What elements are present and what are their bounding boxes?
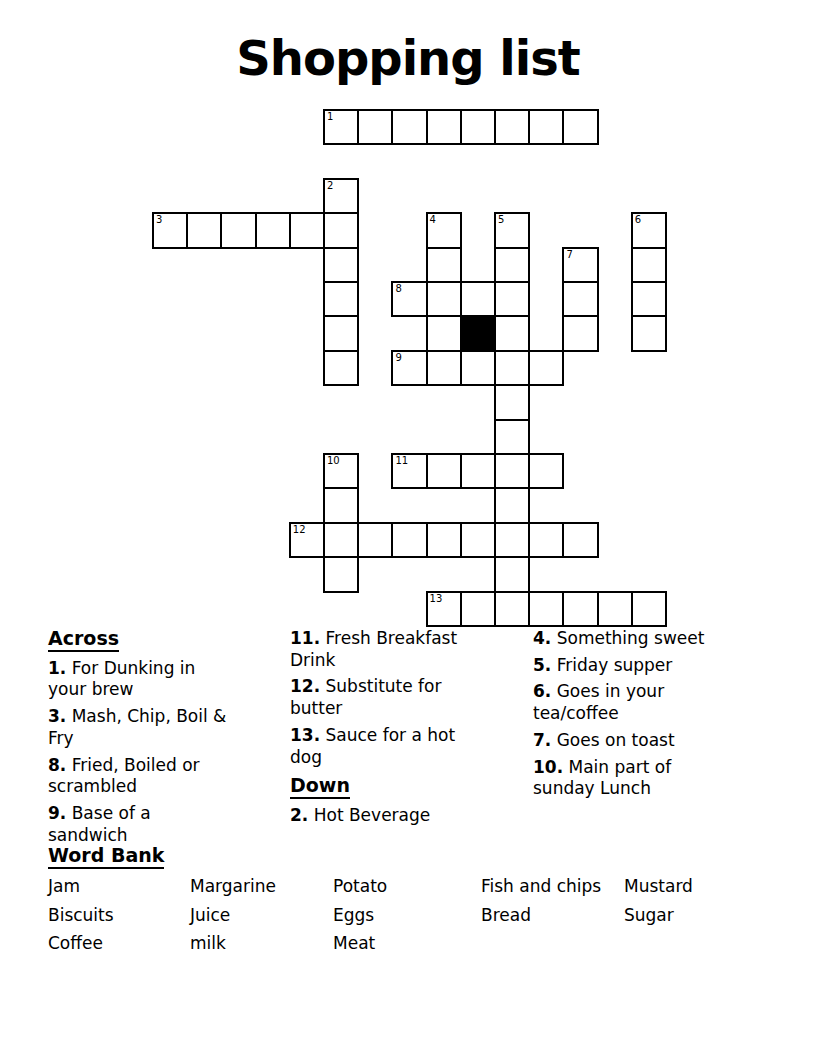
grid-cell[interactable] xyxy=(494,556,530,592)
grid-cell[interactable] xyxy=(323,350,359,386)
clues-column-middle: 11. Fresh Breakfast Drink12. Substitute … xyxy=(290,628,480,832)
across-clue-list-continued: 11. Fresh Breakfast Drink12. Substitute … xyxy=(290,628,480,768)
clue-number: 4 xyxy=(430,214,436,226)
grid-cell[interactable]: 2 xyxy=(323,178,359,214)
clue-number: 7 xyxy=(566,249,572,261)
grid-cell[interactable]: 8 xyxy=(391,281,427,317)
word-bank-grid: JamMargarinePotatoFish and chipsMustardB… xyxy=(48,876,778,954)
grid-cell[interactable] xyxy=(426,350,462,386)
word-bank-heading: Word Bank xyxy=(48,844,778,866)
down-heading-label: Down xyxy=(290,774,350,799)
grid-cell[interactable] xyxy=(426,315,462,351)
grid-cell[interactable] xyxy=(494,350,530,386)
down-clue-list: 2. Hot Beverage xyxy=(290,805,480,827)
clue-down-7: 7. Goes on toast xyxy=(533,730,718,752)
grid-cell[interactable] xyxy=(357,522,393,558)
word-bank-item: Jam xyxy=(48,876,190,897)
grid-cell[interactable] xyxy=(289,212,325,248)
grid-cell[interactable]: 6 xyxy=(631,212,667,248)
clues-column-across: Across 1. For Dunking in your brew3. Mas… xyxy=(48,628,234,851)
grid-cell[interactable] xyxy=(528,109,564,145)
grid-cell[interactable] xyxy=(323,556,359,592)
word-bank-item: Eggs xyxy=(333,905,481,926)
grid-cell[interactable]: 9 xyxy=(391,350,427,386)
clue-down-4: 4. Something sweet xyxy=(533,628,718,650)
word-bank-item: Bread xyxy=(481,905,624,926)
grid-cell[interactable] xyxy=(323,281,359,317)
grid-cell[interactable]: 13 xyxy=(426,591,462,627)
grid-cell[interactable] xyxy=(494,487,530,523)
across-heading: Across xyxy=(48,628,234,650)
clue-number: 11 xyxy=(395,455,408,467)
grid-cell[interactable] xyxy=(562,591,598,627)
grid-cell[interactable]: 5 xyxy=(494,212,530,248)
grid-cell[interactable] xyxy=(323,212,359,248)
grid-cell[interactable] xyxy=(494,109,530,145)
grid-cell[interactable] xyxy=(494,522,530,558)
grid-cell[interactable] xyxy=(494,419,530,455)
grid-cell[interactable]: 12 xyxy=(289,522,325,558)
grid-cell[interactable] xyxy=(391,109,427,145)
grid-cell[interactable]: 7 xyxy=(562,247,598,283)
grid-cell[interactable] xyxy=(562,315,598,351)
clue-number: 10 xyxy=(327,455,340,467)
grid-cell[interactable] xyxy=(186,212,222,248)
clue-across-9: 9. Base of a sandwich xyxy=(48,803,234,846)
page-title: Shopping list xyxy=(0,30,816,86)
clue-across-11: 11. Fresh Breakfast Drink xyxy=(290,628,480,671)
clue-across-13: 13. Sauce for a hot dog xyxy=(290,725,480,768)
grid-cell[interactable] xyxy=(562,522,598,558)
clue-down-2: 2. Hot Beverage xyxy=(290,805,480,827)
clue-number: 5 xyxy=(498,214,504,226)
grid-cell[interactable] xyxy=(631,591,667,627)
word-bank-item: Mustard xyxy=(624,876,774,897)
clue-number: 12 xyxy=(293,524,306,536)
grid-cell[interactable] xyxy=(494,247,530,283)
grid-cell[interactable]: 3 xyxy=(152,212,188,248)
grid-cell[interactable] xyxy=(562,109,598,145)
grid-cell[interactable] xyxy=(460,453,496,489)
grid-cell[interactable] xyxy=(220,212,256,248)
grid-cell[interactable] xyxy=(460,591,496,627)
grid-cell[interactable] xyxy=(426,453,462,489)
grid-cell[interactable] xyxy=(460,109,496,145)
grid-cell[interactable] xyxy=(631,315,667,351)
grid-cell[interactable]: 4 xyxy=(426,212,462,248)
clues-column-down: 4. Something sweet5. Friday supper6. Goe… xyxy=(533,628,718,805)
clue-number: 6 xyxy=(635,214,641,226)
clue-across-3: 3. Mash, Chip, Boil & Fry xyxy=(48,706,234,749)
down-clue-list-continued: 4. Something sweet5. Friday supper6. Goe… xyxy=(533,628,718,800)
clue-number: 9 xyxy=(395,352,401,364)
grid-cell[interactable] xyxy=(528,522,564,558)
grid-cell[interactable] xyxy=(391,522,427,558)
word-bank-item: Potato xyxy=(333,876,481,897)
word-bank-item: Fish and chips xyxy=(481,876,624,897)
grid-cell[interactable] xyxy=(494,315,530,351)
grid-cell[interactable] xyxy=(357,109,393,145)
word-bank-item: Biscuits xyxy=(48,905,190,926)
word-bank-item: Coffee xyxy=(48,933,190,954)
grid-cell[interactable] xyxy=(494,281,530,317)
grid-cell[interactable] xyxy=(460,281,496,317)
clue-down-6: 6. Goes in your tea/coffee xyxy=(533,681,718,724)
grid-cell[interactable] xyxy=(323,487,359,523)
down-heading: Down xyxy=(290,775,480,797)
grid-cell[interactable] xyxy=(562,281,598,317)
grid-cell[interactable] xyxy=(460,350,496,386)
clue-number: 1 xyxy=(327,111,333,123)
across-clue-list: 1. For Dunking in your brew3. Mash, Chip… xyxy=(48,658,234,847)
grid-cell[interactable] xyxy=(460,522,496,558)
word-bank-item: Meat xyxy=(333,933,481,954)
clue-across-1: 1. For Dunking in your brew xyxy=(48,658,234,701)
word-bank-item: Margarine xyxy=(190,876,333,897)
clue-down-10: 10. Main part of sunday Lunch xyxy=(533,757,718,800)
grid-cell[interactable] xyxy=(426,109,462,145)
grid-cell[interactable] xyxy=(494,453,530,489)
black-cell xyxy=(460,315,496,351)
grid-cell[interactable] xyxy=(631,281,667,317)
grid-cell[interactable] xyxy=(255,212,291,248)
clue-down-5: 5. Friday supper xyxy=(533,655,718,677)
clue-across-12: 12. Substitute for butter xyxy=(290,676,480,719)
grid-cell[interactable] xyxy=(426,281,462,317)
clue-number: 8 xyxy=(395,283,401,295)
clue-number: 13 xyxy=(430,593,443,605)
grid-cell[interactable] xyxy=(323,315,359,351)
clue-number: 3 xyxy=(156,214,162,226)
grid-cell[interactable] xyxy=(631,247,667,283)
grid-cell[interactable]: 10 xyxy=(323,453,359,489)
grid-cell[interactable] xyxy=(323,522,359,558)
clue-across-8: 8. Fried, Boiled or scrambled xyxy=(48,755,234,798)
grid-cell[interactable] xyxy=(426,522,462,558)
grid-cell[interactable] xyxy=(528,350,564,386)
grid-cell[interactable] xyxy=(528,591,564,627)
word-bank-item: Juice xyxy=(190,905,333,926)
grid-cell[interactable] xyxy=(528,453,564,489)
clue-number: 2 xyxy=(327,180,333,192)
puzzle-page: Shopping list 12345678910111213 Across 1… xyxy=(0,0,816,1056)
across-heading-label: Across xyxy=(48,627,119,652)
grid-cell[interactable]: 1 xyxy=(323,109,359,145)
grid-cell[interactable] xyxy=(494,591,530,627)
grid-cell[interactable] xyxy=(494,384,530,420)
grid-cell[interactable] xyxy=(426,247,462,283)
word-bank-item: Sugar xyxy=(624,905,774,926)
word-bank-item: milk xyxy=(190,933,333,954)
grid-cell[interactable] xyxy=(597,591,633,627)
word-bank-heading-label: Word Bank xyxy=(48,844,164,869)
grid-cell[interactable]: 11 xyxy=(391,453,427,489)
crossword-grid: 12345678910111213 xyxy=(152,109,668,631)
grid-cell[interactable] xyxy=(323,247,359,283)
word-bank-section: Word Bank JamMargarinePotatoFish and chi… xyxy=(48,844,778,954)
